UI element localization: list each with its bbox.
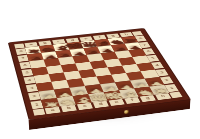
rank-label: 4: [24, 76, 36, 84]
square-f3: [111, 73, 130, 82]
square-f5: [104, 59, 122, 68]
brass-hinge-icon: [144, 32, 145, 36]
brass-clasp-icon: [124, 110, 128, 114]
square-e4: [93, 67, 111, 76]
wooden-chess-set-photo: abcdefgh8♜♞♝♚♛♝♞♜87♟♟♟♟♟♟♟♟7665544332♟♟♟…: [0, 0, 200, 139]
chess-board: abcdefgh8♜♞♝♚♛♝♞♜87♟♟♟♟♟♟♟♟7665544332♟♟♟…: [9, 29, 190, 120]
board-border-corner: [33, 108, 46, 115]
square-d3: [82, 76, 100, 86]
rank-label: 5: [147, 55, 160, 62]
